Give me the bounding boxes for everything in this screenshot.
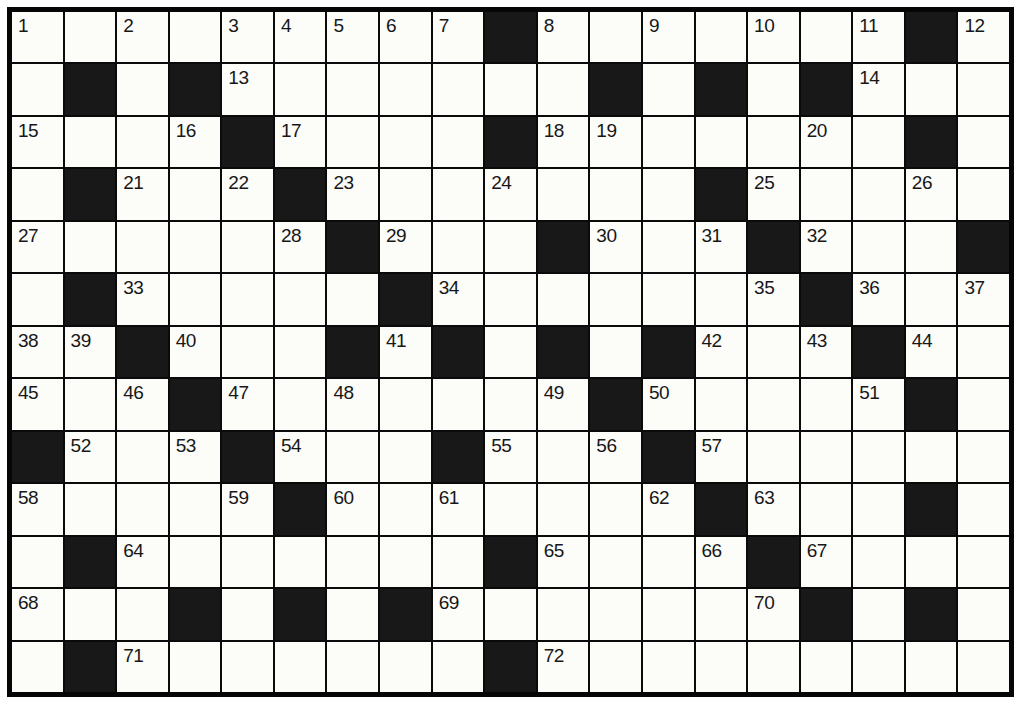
cell-r9c12[interactable]: 56 [590, 432, 641, 482]
cell-r5c6[interactable]: 28 [275, 222, 326, 272]
cell-r5c2[interactable] [65, 222, 116, 272]
clue-number-10: 10 [754, 16, 774, 35]
clue-number-43: 43 [807, 331, 827, 350]
cell-r8c10[interactable] [485, 379, 536, 429]
cell-r11c4[interactable] [170, 537, 221, 587]
cell-r10c10[interactable] [485, 484, 536, 534]
clue-number-72: 72 [544, 646, 564, 665]
cell-r3c4[interactable]: 16 [170, 117, 221, 167]
cell-r1c5[interactable]: 3 [222, 12, 273, 62]
cell-r3c7[interactable] [327, 117, 378, 167]
cell-r10c7[interactable]: 60 [327, 484, 378, 534]
block-cell-r13c10 [485, 642, 536, 692]
cell-r8c15[interactable] [748, 379, 799, 429]
cell-r13c14[interactable] [696, 642, 747, 692]
block-cell-r12c6 [275, 589, 326, 639]
cell-r6c6[interactable] [275, 274, 326, 324]
block-cell-r8c12 [590, 379, 641, 429]
cell-r8c3[interactable]: 46 [117, 379, 168, 429]
cell-r8c8[interactable] [380, 379, 431, 429]
block-cell-r7c13 [643, 327, 694, 377]
block-cell-r2c16 [801, 64, 852, 114]
cell-r11c7[interactable] [327, 537, 378, 587]
clue-number-29: 29 [386, 226, 406, 245]
cell-r5c1[interactable]: 27 [12, 222, 63, 272]
block-cell-r5c19 [958, 222, 1009, 272]
cell-r9c19[interactable] [958, 432, 1009, 482]
cell-r8c7[interactable]: 48 [327, 379, 378, 429]
cell-r6c18[interactable] [906, 274, 957, 324]
cell-r3c6[interactable]: 17 [275, 117, 326, 167]
cell-r10c5[interactable]: 59 [222, 484, 273, 534]
block-cell-r5c7 [327, 222, 378, 272]
cell-r10c16[interactable] [801, 484, 852, 534]
cell-r5c17[interactable] [853, 222, 904, 272]
cell-r1c4[interactable] [170, 12, 221, 62]
clue-number-56: 56 [596, 436, 616, 455]
cell-r3c11[interactable]: 18 [538, 117, 589, 167]
clue-number-9: 9 [649, 16, 659, 35]
cell-r4c10[interactable]: 24 [485, 169, 536, 219]
cell-r12c2[interactable] [65, 589, 116, 639]
clue-number-59: 59 [228, 488, 248, 507]
cell-r12c9[interactable]: 69 [433, 589, 484, 639]
clue-number-8: 8 [544, 16, 554, 35]
cell-r8c14[interactable] [696, 379, 747, 429]
cell-r1c1[interactable]: 1 [12, 12, 63, 62]
block-cell-r7c7 [327, 327, 378, 377]
crossword-grid: 1234567891011121314151617181920212223242… [7, 7, 1014, 697]
clue-number-39: 39 [71, 331, 91, 350]
cell-r12c12[interactable] [590, 589, 641, 639]
cell-r11c8[interactable] [380, 537, 431, 587]
cell-r8c13[interactable]: 50 [643, 379, 694, 429]
cell-r7c1[interactable]: 38 [12, 327, 63, 377]
cell-r1c19[interactable]: 12 [958, 12, 1009, 62]
clue-number-34: 34 [439, 278, 459, 297]
cell-r9c6[interactable]: 54 [275, 432, 326, 482]
cell-r10c2[interactable] [65, 484, 116, 534]
block-cell-r9c9 [433, 432, 484, 482]
block-cell-r10c6 [275, 484, 326, 534]
clue-number-46: 46 [123, 383, 143, 402]
cell-r11c17[interactable] [853, 537, 904, 587]
cell-r3c19[interactable] [958, 117, 1009, 167]
cell-r7c14[interactable]: 42 [696, 327, 747, 377]
clue-number-47: 47 [228, 383, 248, 402]
cell-r12c13[interactable] [643, 589, 694, 639]
clue-number-32: 32 [807, 226, 827, 245]
cell-r8c6[interactable] [275, 379, 326, 429]
clue-number-71: 71 [123, 646, 143, 665]
clue-number-28: 28 [281, 226, 301, 245]
cell-r11c1[interactable] [12, 537, 63, 587]
cell-r13c1[interactable] [12, 642, 63, 692]
clue-number-27: 27 [18, 226, 38, 245]
block-cell-r10c18 [906, 484, 957, 534]
clue-number-36: 36 [859, 278, 879, 297]
cell-r6c13[interactable] [643, 274, 694, 324]
cell-r7c2[interactable]: 39 [65, 327, 116, 377]
clue-number-45: 45 [18, 383, 38, 402]
cell-r3c15[interactable] [748, 117, 799, 167]
clue-number-33: 33 [123, 278, 143, 297]
clue-number-4: 4 [281, 16, 291, 35]
cell-r13c6[interactable] [275, 642, 326, 692]
cell-r11c13[interactable] [643, 537, 694, 587]
block-cell-r12c4 [170, 589, 221, 639]
cell-r8c11[interactable]: 49 [538, 379, 589, 429]
clue-number-52: 52 [71, 436, 91, 455]
clue-number-69: 69 [439, 593, 459, 612]
cell-r7c8[interactable]: 41 [380, 327, 431, 377]
cell-r4c18[interactable]: 26 [906, 169, 957, 219]
cell-r4c17[interactable] [853, 169, 904, 219]
clue-number-35: 35 [754, 278, 774, 297]
block-cell-r6c2 [65, 274, 116, 324]
cell-r10c11[interactable] [538, 484, 589, 534]
cell-r13c17[interactable] [853, 642, 904, 692]
cell-r3c14[interactable] [696, 117, 747, 167]
cell-r4c12[interactable] [590, 169, 641, 219]
cell-r1c11[interactable]: 8 [538, 12, 589, 62]
block-cell-r11c10 [485, 537, 536, 587]
cell-r2c13[interactable] [643, 64, 694, 114]
cell-r11c12[interactable] [590, 537, 641, 587]
cell-r13c16[interactable] [801, 642, 852, 692]
cell-r6c1[interactable] [12, 274, 63, 324]
cell-r2c11[interactable] [538, 64, 589, 114]
cell-r10c12[interactable] [590, 484, 641, 534]
cell-r5c9[interactable] [433, 222, 484, 272]
block-cell-r12c18 [906, 589, 957, 639]
cell-r9c18[interactable] [906, 432, 957, 482]
cell-r12c14[interactable] [696, 589, 747, 639]
clue-number-21: 21 [123, 173, 143, 192]
cell-r11c6[interactable] [275, 537, 326, 587]
cell-r9c11[interactable] [538, 432, 589, 482]
cell-r8c9[interactable] [433, 379, 484, 429]
cell-r5c4[interactable] [170, 222, 221, 272]
block-cell-r13c2 [65, 642, 116, 692]
cell-r7c4[interactable]: 40 [170, 327, 221, 377]
clue-number-6: 6 [386, 16, 396, 35]
cell-r5c18[interactable] [906, 222, 957, 272]
cell-r3c17[interactable] [853, 117, 904, 167]
clue-number-44: 44 [912, 331, 932, 350]
cell-r10c1[interactable]: 58 [12, 484, 63, 534]
cell-r12c17[interactable] [853, 589, 904, 639]
cell-r2c10[interactable] [485, 64, 536, 114]
cell-r12c15[interactable]: 70 [748, 589, 799, 639]
cell-r2c5[interactable]: 13 [222, 64, 273, 114]
clue-number-22: 22 [228, 173, 248, 192]
cell-r13c11[interactable]: 72 [538, 642, 589, 692]
clue-number-38: 38 [18, 331, 38, 350]
cell-r12c10[interactable] [485, 589, 536, 639]
cell-r7c5[interactable] [222, 327, 273, 377]
block-cell-r7c17 [853, 327, 904, 377]
cell-r1c8[interactable]: 6 [380, 12, 431, 62]
block-cell-r7c9 [433, 327, 484, 377]
cell-r1c12[interactable] [590, 12, 641, 62]
cell-r1c6[interactable]: 4 [275, 12, 326, 62]
clue-number-20: 20 [807, 121, 827, 140]
cell-r4c9[interactable] [433, 169, 484, 219]
clue-number-3: 3 [228, 16, 238, 35]
cell-r10c17[interactable] [853, 484, 904, 534]
cell-r13c4[interactable] [170, 642, 221, 692]
cell-r12c11[interactable] [538, 589, 589, 639]
cell-r6c11[interactable] [538, 274, 589, 324]
cell-r5c13[interactable] [643, 222, 694, 272]
cell-r13c9[interactable] [433, 642, 484, 692]
cell-r11c19[interactable] [958, 537, 1009, 587]
block-cell-r7c11 [538, 327, 589, 377]
cell-r7c18[interactable]: 44 [906, 327, 957, 377]
block-cell-r4c6 [275, 169, 326, 219]
block-cell-r2c4 [170, 64, 221, 114]
clue-number-50: 50 [649, 383, 669, 402]
clue-number-13: 13 [228, 68, 248, 87]
block-cell-r9c13 [643, 432, 694, 482]
clue-number-49: 49 [544, 383, 564, 402]
block-cell-r6c8 [380, 274, 431, 324]
cell-r1c13[interactable]: 9 [643, 12, 694, 62]
cell-r2c6[interactable] [275, 64, 326, 114]
cell-r3c12[interactable]: 19 [590, 117, 641, 167]
cell-r11c5[interactable] [222, 537, 273, 587]
clue-number-11: 11 [859, 16, 878, 35]
cell-r5c16[interactable]: 32 [801, 222, 852, 272]
clue-number-30: 30 [596, 226, 616, 245]
cell-r4c3[interactable]: 21 [117, 169, 168, 219]
cell-r7c19[interactable] [958, 327, 1009, 377]
clue-number-48: 48 [333, 383, 353, 402]
clue-number-18: 18 [544, 121, 564, 140]
cell-r12c5[interactable] [222, 589, 273, 639]
block-cell-r8c4 [170, 379, 221, 429]
cell-r4c1[interactable] [12, 169, 63, 219]
cell-r4c7[interactable]: 23 [327, 169, 378, 219]
cell-r1c15[interactable]: 10 [748, 12, 799, 62]
cell-r13c15[interactable] [748, 642, 799, 692]
cell-r11c9[interactable] [433, 537, 484, 587]
cell-r9c4[interactable]: 53 [170, 432, 221, 482]
cell-r12c7[interactable] [327, 589, 378, 639]
cell-r8c16[interactable] [801, 379, 852, 429]
clue-number-42: 42 [702, 331, 722, 350]
cell-r9c3[interactable] [117, 432, 168, 482]
cell-r1c2[interactable] [65, 12, 116, 62]
cell-r2c1[interactable] [12, 64, 63, 114]
block-cell-r3c10 [485, 117, 536, 167]
clue-number-67: 67 [807, 541, 827, 560]
block-cell-r2c2 [65, 64, 116, 114]
clue-number-65: 65 [544, 541, 564, 560]
cell-r2c7[interactable] [327, 64, 378, 114]
cell-r2c9[interactable] [433, 64, 484, 114]
cell-r11c16[interactable]: 67 [801, 537, 852, 587]
cell-r4c15[interactable]: 25 [748, 169, 799, 219]
cell-r6c15[interactable]: 35 [748, 274, 799, 324]
cell-r10c13[interactable]: 62 [643, 484, 694, 534]
cell-r5c8[interactable]: 29 [380, 222, 431, 272]
cell-r9c14[interactable]: 57 [696, 432, 747, 482]
clue-number-60: 60 [333, 488, 353, 507]
block-cell-r3c18 [906, 117, 957, 167]
cell-r5c5[interactable] [222, 222, 273, 272]
cell-r2c19[interactable] [958, 64, 1009, 114]
cell-r1c9[interactable]: 7 [433, 12, 484, 62]
cell-r3c1[interactable]: 15 [12, 117, 63, 167]
cell-r3c13[interactable] [643, 117, 694, 167]
cell-r9c7[interactable] [327, 432, 378, 482]
clue-number-26: 26 [912, 173, 932, 192]
cell-r12c1[interactable]: 68 [12, 589, 63, 639]
cell-r3c9[interactable] [433, 117, 484, 167]
cell-r5c3[interactable] [117, 222, 168, 272]
cell-r13c18[interactable] [906, 642, 957, 692]
cell-r4c8[interactable] [380, 169, 431, 219]
cell-r1c16[interactable] [801, 12, 852, 62]
cell-r6c3[interactable]: 33 [117, 274, 168, 324]
cell-r4c16[interactable] [801, 169, 852, 219]
cell-r6c10[interactable] [485, 274, 536, 324]
cell-r13c7[interactable] [327, 642, 378, 692]
cell-r6c9[interactable]: 34 [433, 274, 484, 324]
cell-r4c13[interactable] [643, 169, 694, 219]
cell-r3c8[interactable] [380, 117, 431, 167]
block-cell-r5c15 [748, 222, 799, 272]
clue-number-14: 14 [859, 68, 879, 87]
cell-r7c6[interactable] [275, 327, 326, 377]
cell-r13c8[interactable] [380, 642, 431, 692]
cell-r6c12[interactable] [590, 274, 641, 324]
cell-r2c17[interactable]: 14 [853, 64, 904, 114]
cell-r6c19[interactable]: 37 [958, 274, 1009, 324]
cell-r7c15[interactable] [748, 327, 799, 377]
clue-number-23: 23 [333, 173, 353, 192]
cell-r9c15[interactable] [748, 432, 799, 482]
cell-r11c18[interactable] [906, 537, 957, 587]
cell-r7c12[interactable] [590, 327, 641, 377]
cell-r8c17[interactable]: 51 [853, 379, 904, 429]
cell-r13c12[interactable] [590, 642, 641, 692]
cell-r3c2[interactable] [65, 117, 116, 167]
clue-number-40: 40 [176, 331, 196, 350]
cell-r11c14[interactable]: 66 [696, 537, 747, 587]
cell-r6c5[interactable] [222, 274, 273, 324]
block-cell-r11c2 [65, 537, 116, 587]
clue-number-37: 37 [964, 278, 984, 297]
cell-r8c1[interactable]: 45 [12, 379, 63, 429]
cell-r4c5[interactable]: 22 [222, 169, 273, 219]
block-cell-r1c18 [906, 12, 957, 62]
cell-r8c19[interactable] [958, 379, 1009, 429]
cell-r3c3[interactable] [117, 117, 168, 167]
cell-r7c10[interactable] [485, 327, 536, 377]
cell-r11c11[interactable]: 65 [538, 537, 589, 587]
cell-r10c3[interactable] [117, 484, 168, 534]
cell-r9c17[interactable] [853, 432, 904, 482]
cell-r6c14[interactable] [696, 274, 747, 324]
cell-r12c3[interactable] [117, 589, 168, 639]
block-cell-r8c18 [906, 379, 957, 429]
clue-number-51: 51 [859, 383, 879, 402]
cell-r2c15[interactable] [748, 64, 799, 114]
clue-number-62: 62 [649, 488, 669, 507]
cell-r6c7[interactable] [327, 274, 378, 324]
block-cell-r11c15 [748, 537, 799, 587]
cell-r2c8[interactable] [380, 64, 431, 114]
block-cell-r1c10 [485, 12, 536, 62]
block-cell-r9c5 [222, 432, 273, 482]
clue-number-70: 70 [754, 593, 774, 612]
block-cell-r12c16 [801, 589, 852, 639]
cell-r3c16[interactable]: 20 [801, 117, 852, 167]
clue-number-19: 19 [596, 121, 616, 140]
block-cell-r10c14 [696, 484, 747, 534]
cell-r10c4[interactable] [170, 484, 221, 534]
cell-r1c14[interactable] [696, 12, 747, 62]
clue-number-63: 63 [754, 488, 774, 507]
cell-r2c3[interactable] [117, 64, 168, 114]
cell-r9c10[interactable]: 55 [485, 432, 536, 482]
clue-number-12: 12 [964, 16, 984, 35]
block-cell-r2c14 [696, 64, 747, 114]
cell-r10c15[interactable]: 63 [748, 484, 799, 534]
cell-r5c12[interactable]: 30 [590, 222, 641, 272]
cell-r7c16[interactable]: 43 [801, 327, 852, 377]
cell-r5c10[interactable] [485, 222, 536, 272]
cell-r13c19[interactable] [958, 642, 1009, 692]
block-cell-r4c2 [65, 169, 116, 219]
cell-r10c19[interactable] [958, 484, 1009, 534]
cell-r9c2[interactable]: 52 [65, 432, 116, 482]
cell-r13c5[interactable] [222, 642, 273, 692]
cell-r8c2[interactable] [65, 379, 116, 429]
clue-number-5: 5 [333, 16, 343, 35]
cell-r11c3[interactable]: 64 [117, 537, 168, 587]
clue-number-66: 66 [702, 541, 722, 560]
cell-r10c9[interactable]: 61 [433, 484, 484, 534]
cell-r1c17[interactable]: 11 [853, 12, 904, 62]
block-cell-r9c1 [12, 432, 63, 482]
cell-r9c8[interactable] [380, 432, 431, 482]
cell-r4c11[interactable] [538, 169, 589, 219]
cell-r4c19[interactable] [958, 169, 1009, 219]
clue-number-2: 2 [123, 16, 133, 35]
cell-r13c3[interactable]: 71 [117, 642, 168, 692]
cell-r6c4[interactable] [170, 274, 221, 324]
cell-r4c4[interactable] [170, 169, 221, 219]
cell-r8c5[interactable]: 47 [222, 379, 273, 429]
cell-r5c14[interactable]: 31 [696, 222, 747, 272]
cell-r13c13[interactable] [643, 642, 694, 692]
clue-number-25: 25 [754, 173, 774, 192]
cell-r1c3[interactable]: 2 [117, 12, 168, 62]
block-cell-r12c8 [380, 589, 431, 639]
clue-number-15: 15 [18, 121, 38, 140]
cell-r10c8[interactable] [380, 484, 431, 534]
clue-number-54: 54 [281, 436, 301, 455]
cell-r12c19[interactable] [958, 589, 1009, 639]
cell-r2c18[interactable] [906, 64, 957, 114]
cell-r6c17[interactable]: 36 [853, 274, 904, 324]
cell-r1c7[interactable]: 5 [327, 12, 378, 62]
cell-r9c16[interactable] [801, 432, 852, 482]
